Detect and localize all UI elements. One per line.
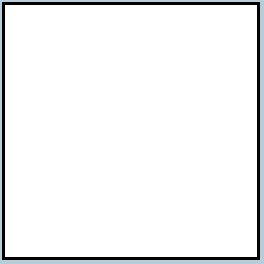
chess-board-frame xyxy=(2,2,260,260)
chess-board xyxy=(5,5,257,257)
